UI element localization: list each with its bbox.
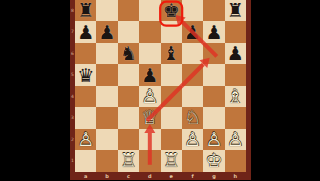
square-c2 (118, 129, 139, 150)
square-h7 (225, 21, 246, 42)
rank-label-7: 7 (70, 21, 75, 42)
square-h3 (225, 107, 246, 128)
square-a7: ♟ (75, 21, 96, 42)
rank-label-6: 6 (70, 43, 75, 64)
piece-black-pawn-b7: ♟ (99, 22, 116, 41)
square-c6: ♞ (118, 43, 139, 64)
piece-white-king-g1: ♔ (205, 151, 222, 170)
square-e4 (161, 86, 182, 107)
square-b4 (96, 86, 117, 107)
piece-black-rook-h8: ♜ (227, 1, 244, 20)
square-f2: ♙ (182, 129, 203, 150)
square-a5: ♛ (75, 64, 96, 85)
square-d8 (139, 0, 160, 21)
rank-label-5: 5 (70, 64, 75, 85)
piece-black-king-e8: ♚ (163, 1, 180, 20)
square-d7 (139, 21, 160, 42)
file-labels: abcdefgh (75, 172, 246, 181)
piece-black-pawn-f7: ♟ (184, 22, 201, 41)
square-c7 (118, 21, 139, 42)
square-b3 (96, 107, 117, 128)
square-b8 (96, 0, 117, 21)
chess-board: ♜♚♜♟♟♟♟♞♝♟♛♟♙♗♕♘♙♙♙♙♖♖♔ (75, 0, 246, 172)
square-e7 (161, 21, 182, 42)
piece-white-pawn-d4: ♙ (141, 86, 158, 105)
piece-white-queen-d3: ♕ (141, 108, 158, 127)
square-c5 (118, 64, 139, 85)
piece-white-pawn-g2: ♙ (205, 129, 222, 148)
board-frame: ♜♚♜♟♟♟♟♞♝♟♛♟♙♗♕♘♙♙♙♙♖♖♔ abcdefgh 8765432… (70, 0, 251, 180)
square-f1 (182, 150, 203, 171)
rank-labels: 87654321 (70, 0, 75, 172)
thumbnail-stage: ♜♚♜♟♟♟♟♞♝♟♛♟♙♗♕♘♙♙♙♙♖♖♔ abcdefgh 8765432… (0, 0, 320, 180)
file-label-e: e (161, 172, 182, 181)
square-a2: ♙ (75, 129, 96, 150)
square-c8 (118, 0, 139, 21)
file-label-g: g (203, 172, 224, 181)
square-a8: ♜ (75, 0, 96, 21)
square-a3 (75, 107, 96, 128)
square-f4 (182, 86, 203, 107)
square-h6: ♟ (225, 43, 246, 64)
file-label-a: a (75, 172, 96, 181)
file-label-b: b (96, 172, 117, 181)
rank-label-4: 4 (70, 86, 75, 107)
square-d1 (139, 150, 160, 171)
piece-white-pawn-f2: ♙ (184, 129, 201, 148)
piece-black-knight-c6: ♞ (120, 44, 137, 63)
piece-black-pawn-g7: ♟ (205, 22, 222, 41)
rank-label-3: 3 (70, 107, 75, 128)
square-f8 (182, 0, 203, 21)
square-f6 (182, 43, 203, 64)
letterbox-right (251, 0, 320, 180)
piece-black-pawn-a7: ♟ (77, 22, 94, 41)
square-g7: ♟ (203, 21, 224, 42)
square-f5 (182, 64, 203, 85)
file-label-c: c (118, 172, 139, 181)
square-b7: ♟ (96, 21, 117, 42)
file-label-d: d (139, 172, 160, 181)
square-c3 (118, 107, 139, 128)
square-a4 (75, 86, 96, 107)
piece-black-pawn-h6: ♟ (227, 44, 244, 63)
square-g5 (203, 64, 224, 85)
piece-black-pawn-d5: ♟ (141, 65, 158, 84)
square-g2: ♙ (203, 129, 224, 150)
piece-white-pawn-a2: ♙ (77, 129, 94, 148)
square-e6: ♝ (161, 43, 182, 64)
square-b1 (96, 150, 117, 171)
square-a6 (75, 43, 96, 64)
square-g4 (203, 86, 224, 107)
square-d2 (139, 129, 160, 150)
square-h1 (225, 150, 246, 171)
piece-white-rook-c1: ♖ (120, 151, 137, 170)
letterbox-left (0, 0, 70, 180)
piece-white-pawn-h2: ♙ (227, 129, 244, 148)
square-h8: ♜ (225, 0, 246, 21)
square-d4: ♙ (139, 86, 160, 107)
square-d3: ♕ (139, 107, 160, 128)
square-e2 (161, 129, 182, 150)
piece-black-queen-a5: ♛ (77, 65, 94, 84)
square-g3 (203, 107, 224, 128)
square-e8: ♚ (161, 0, 182, 21)
square-d5: ♟ (139, 64, 160, 85)
square-e1: ♖ (161, 150, 182, 171)
square-h5 (225, 64, 246, 85)
square-d6 (139, 43, 160, 64)
square-h4: ♗ (225, 86, 246, 107)
square-g8 (203, 0, 224, 21)
square-c1: ♖ (118, 150, 139, 171)
piece-black-bishop-e6: ♝ (163, 44, 180, 63)
file-label-h: h (225, 172, 246, 181)
square-g1: ♔ (203, 150, 224, 171)
piece-white-rook-e1: ♖ (163, 151, 180, 170)
square-g6 (203, 43, 224, 64)
piece-black-rook-a8: ♜ (77, 1, 94, 20)
square-f7: ♟ (182, 21, 203, 42)
square-a1 (75, 150, 96, 171)
square-b6 (96, 43, 117, 64)
square-e3 (161, 107, 182, 128)
square-b5 (96, 64, 117, 85)
square-b2 (96, 129, 117, 150)
piece-white-bishop-h4: ♗ (227, 86, 244, 105)
piece-white-knight-f3: ♘ (184, 108, 201, 127)
rank-label-1: 1 (70, 150, 75, 171)
file-label-f: f (182, 172, 203, 181)
square-f3: ♘ (182, 107, 203, 128)
square-c4 (118, 86, 139, 107)
rank-label-8: 8 (70, 0, 75, 21)
square-h2: ♙ (225, 129, 246, 150)
rank-label-2: 2 (70, 129, 75, 150)
square-e5 (161, 64, 182, 85)
